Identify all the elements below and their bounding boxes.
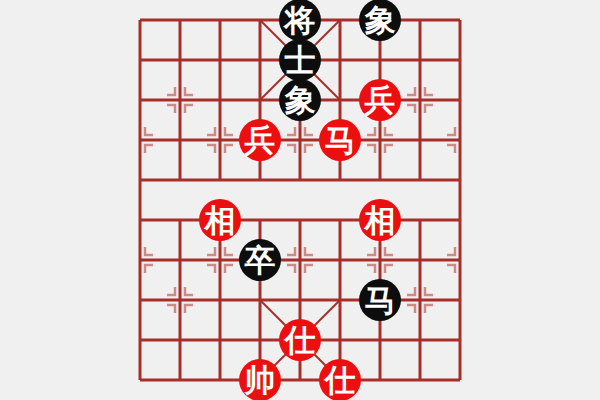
piece-red-advisor[interactable]: 仕: [319, 359, 361, 400]
piece-red-horse[interactable]: 马: [319, 119, 361, 161]
piece-red-advisor[interactable]: 仕: [279, 319, 321, 361]
piece-black-soldier[interactable]: 卒: [239, 239, 281, 281]
piece-red-soldier[interactable]: 兵: [239, 119, 281, 161]
piece-black-advisor[interactable]: 士: [279, 39, 321, 81]
xiangqi-board: 将象士象兵兵马相相卒马仕帅仕: [0, 0, 600, 400]
piece-black-elephant[interactable]: 象: [359, 0, 401, 41]
piece-red-soldier[interactable]: 兵: [359, 79, 401, 121]
piece-black-horse[interactable]: 马: [359, 279, 401, 321]
piece-black-general[interactable]: 将: [279, 0, 321, 41]
piece-red-elephant[interactable]: 相: [359, 199, 401, 241]
piece-red-general[interactable]: 帅: [239, 359, 281, 400]
piece-black-elephant[interactable]: 象: [279, 79, 321, 121]
piece-red-elephant[interactable]: 相: [199, 199, 241, 241]
